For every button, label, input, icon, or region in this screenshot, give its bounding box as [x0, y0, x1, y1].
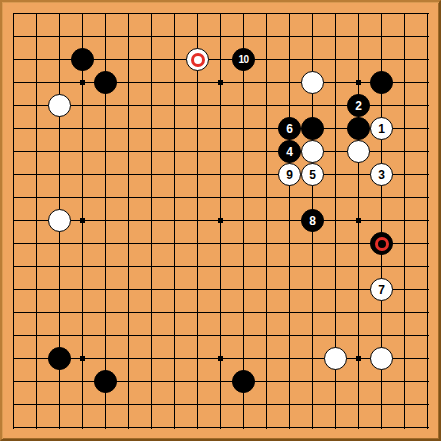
white-stone — [48, 209, 71, 232]
black-stone: 8 — [301, 209, 324, 232]
black-stone — [94, 71, 117, 94]
white-stone — [301, 71, 324, 94]
white-stone — [347, 140, 370, 163]
star-point — [80, 356, 85, 361]
black-stone — [301, 117, 324, 140]
black-stone: 6 — [278, 117, 301, 140]
white-stone — [48, 94, 71, 117]
move-number-label: 1 — [378, 123, 385, 135]
white-stone — [324, 347, 347, 370]
star-point — [80, 80, 85, 85]
white-stone: 1 — [370, 117, 393, 140]
move-number-label: 8 — [309, 215, 316, 227]
black-stone — [232, 370, 255, 393]
white-stone — [186, 48, 209, 71]
white-stone: 3 — [370, 163, 393, 186]
go-board: 10264813957 — [0, 0, 441, 441]
star-point — [218, 80, 223, 85]
move-number-label: 5 — [309, 169, 316, 181]
star-point — [356, 218, 361, 223]
black-stone: 4 — [278, 140, 301, 163]
white-stone: 5 — [301, 163, 324, 186]
star-point — [80, 218, 85, 223]
white-stone: 9 — [278, 163, 301, 186]
black-stone — [347, 117, 370, 140]
black-stone: 2 — [347, 94, 370, 117]
black-stone — [370, 71, 393, 94]
star-point — [218, 218, 223, 223]
black-stone — [370, 232, 393, 255]
black-stone — [48, 347, 71, 370]
move-number-label: 9 — [286, 169, 293, 181]
star-point — [356, 356, 361, 361]
black-stone: 10 — [232, 48, 255, 71]
white-stone — [370, 347, 393, 370]
star-point — [218, 356, 223, 361]
move-number-label: 4 — [286, 146, 293, 158]
move-number-label: 2 — [355, 100, 362, 112]
black-stone — [71, 48, 94, 71]
red-circle-marker-icon — [375, 237, 389, 251]
star-point — [356, 80, 361, 85]
move-number-label: 6 — [286, 123, 293, 135]
white-stone — [301, 140, 324, 163]
move-number-label: 7 — [378, 284, 385, 296]
white-stone: 7 — [370, 278, 393, 301]
move-number-label: 3 — [378, 169, 385, 181]
red-circle-marker-icon — [191, 53, 205, 67]
black-stone — [94, 370, 117, 393]
move-number-label: 10 — [238, 55, 248, 65]
board-surface: 10264813957 — [2, 2, 439, 439]
